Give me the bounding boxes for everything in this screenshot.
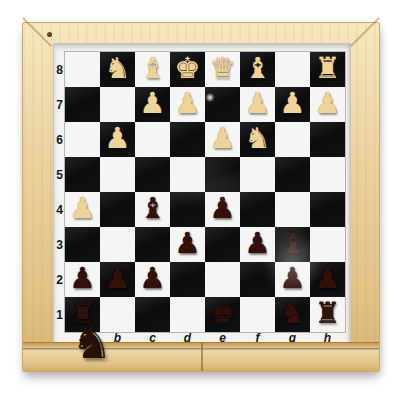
square-e5[interactable] (205, 157, 240, 192)
square-f8[interactable]: ♝ (240, 52, 275, 87)
square-g3[interactable]: ♝ (275, 227, 310, 262)
black-king-e1[interactable]: ♚ (210, 299, 236, 328)
black-pawn-g2[interactable]: ♟ (280, 264, 306, 293)
white-bishop-f8[interactable]: ♝ (245, 54, 271, 83)
square-g2[interactable]: ♟ (275, 262, 310, 297)
square-a2[interactable]: ♟ (65, 262, 100, 297)
square-g5[interactable] (275, 157, 310, 192)
square-c3[interactable] (135, 227, 170, 262)
square-e3[interactable] (205, 227, 240, 262)
square-e7[interactable] (205, 87, 240, 122)
tray-center-seam (201, 343, 203, 371)
black-pawn-h2[interactable]: ♟ (315, 264, 341, 293)
rank-label-2: 2 (54, 262, 65, 297)
square-e8[interactable]: ♛ (205, 52, 240, 87)
black-rook-h1[interactable]: ♜ (315, 299, 341, 328)
square-f7[interactable]: ♟ (240, 87, 275, 122)
square-f4[interactable] (240, 192, 275, 227)
square-d3[interactable]: ♟ (170, 227, 205, 262)
tray-black-knight[interactable]: ♞ (71, 319, 112, 365)
square-h2[interactable]: ♟ (310, 262, 345, 297)
white-pawn-d7[interactable]: ♟ (175, 89, 201, 118)
rank-label-4: 4 (54, 192, 65, 227)
wooden-frame: 87654321 ♞♝♚♛♝♜♟♟♟♟♟♟♟♞♟♝♟♟♟♝♟♟♟♟♟♜♚♞♜ a… (22, 22, 380, 372)
square-b8[interactable]: ♞ (100, 52, 135, 87)
white-pawn-b6[interactable]: ♟ (105, 124, 131, 153)
black-pawn-c2[interactable]: ♟ (140, 264, 166, 293)
square-h4[interactable] (310, 192, 345, 227)
black-pawn-e4[interactable]: ♟ (210, 194, 236, 223)
frame-nail (47, 32, 52, 37)
square-b3[interactable] (100, 227, 135, 262)
black-pawn-d3[interactable]: ♟ (175, 229, 201, 258)
square-d4[interactable] (170, 192, 205, 227)
square-c5[interactable] (135, 157, 170, 192)
square-g6[interactable] (275, 122, 310, 157)
square-f5[interactable] (240, 157, 275, 192)
square-h5[interactable] (310, 157, 345, 192)
white-king-d8[interactable]: ♚ (175, 54, 201, 83)
white-pawn-a4[interactable]: ♟ (70, 194, 96, 223)
square-h3[interactable] (310, 227, 345, 262)
black-knight-g1[interactable]: ♞ (280, 299, 306, 328)
white-pawn-f7[interactable]: ♟ (245, 89, 271, 118)
black-pawn-a2[interactable]: ♟ (70, 264, 96, 293)
square-b7[interactable] (100, 87, 135, 122)
square-a5[interactable] (65, 157, 100, 192)
black-pawn-b2[interactable]: ♟ (105, 264, 131, 293)
white-pawn-g7[interactable]: ♟ (280, 89, 306, 118)
white-pawn-e6[interactable]: ♟ (210, 124, 236, 153)
square-f3[interactable]: ♟ (240, 227, 275, 262)
rank-label-8: 8 (54, 52, 65, 87)
square-b4[interactable] (100, 192, 135, 227)
square-g8[interactable] (275, 52, 310, 87)
square-g1[interactable]: ♞ (275, 297, 310, 332)
square-e2[interactable] (205, 262, 240, 297)
board-surface: 87654321 ♞♝♚♛♝♜♟♟♟♟♟♟♟♞♟♝♟♟♟♝♟♟♟♟♟♜♚♞♜ a… (53, 43, 351, 345)
square-d7[interactable]: ♟ (170, 87, 205, 122)
black-bishop-c4[interactable]: ♝ (140, 194, 166, 223)
square-b5[interactable] (100, 157, 135, 192)
square-f2[interactable] (240, 262, 275, 297)
square-f6[interactable]: ♞ (240, 122, 275, 157)
black-pawn-f3[interactable]: ♟ (245, 229, 271, 258)
square-b2[interactable]: ♟ (100, 262, 135, 297)
square-a8[interactable] (65, 52, 100, 87)
square-a7[interactable] (65, 87, 100, 122)
square-f1[interactable] (240, 297, 275, 332)
square-e4[interactable]: ♟ (205, 192, 240, 227)
square-h1[interactable]: ♜ (310, 297, 345, 332)
rank-labels: 87654321 (54, 52, 65, 332)
square-g4[interactable] (275, 192, 310, 227)
square-c8[interactable]: ♝ (135, 52, 170, 87)
square-d1[interactable] (170, 297, 205, 332)
white-rook-h8[interactable]: ♜ (315, 54, 341, 83)
square-d8[interactable]: ♚ (170, 52, 205, 87)
square-c2[interactable]: ♟ (135, 262, 170, 297)
square-a6[interactable] (65, 122, 100, 157)
square-c6[interactable] (135, 122, 170, 157)
white-knight-b8[interactable]: ♞ (105, 54, 131, 83)
white-bishop-c8[interactable]: ♝ (140, 54, 166, 83)
chess-board: ♞♝♚♛♝♜♟♟♟♟♟♟♟♞♟♝♟♟♟♝♟♟♟♟♟♜♚♞♜ (65, 52, 345, 332)
square-b6[interactable]: ♟ (100, 122, 135, 157)
black-bishop-g3[interactable]: ♝ (280, 229, 306, 258)
piece-tray: ♞ (23, 342, 379, 371)
square-c4[interactable]: ♝ (135, 192, 170, 227)
rank-label-1: 1 (54, 297, 65, 332)
rank-label-5: 5 (54, 157, 65, 192)
square-d5[interactable] (170, 157, 205, 192)
white-pawn-c7[interactable]: ♟ (140, 89, 166, 118)
square-c7[interactable]: ♟ (135, 87, 170, 122)
square-g7[interactable]: ♟ (275, 87, 310, 122)
square-d6[interactable] (170, 122, 205, 157)
square-a4[interactable]: ♟ (65, 192, 100, 227)
square-c1[interactable] (135, 297, 170, 332)
square-d2[interactable] (170, 262, 205, 297)
square-e6[interactable]: ♟ (205, 122, 240, 157)
square-e1[interactable]: ♚ (205, 297, 240, 332)
rank-label-6: 6 (54, 122, 65, 157)
rank-label-3: 3 (54, 227, 65, 262)
white-queen-e8[interactable]: ♛ (210, 54, 236, 83)
square-a3[interactable] (65, 227, 100, 262)
frame-corner-seam (350, 17, 380, 47)
rank-label-7: 7 (54, 87, 65, 122)
square-h7[interactable]: ♟ (310, 87, 345, 122)
square-h8[interactable]: ♜ (310, 52, 345, 87)
white-pawn-h7[interactable]: ♟ (315, 89, 341, 118)
square-h6[interactable] (310, 122, 345, 157)
white-knight-f6[interactable]: ♞ (245, 124, 271, 153)
